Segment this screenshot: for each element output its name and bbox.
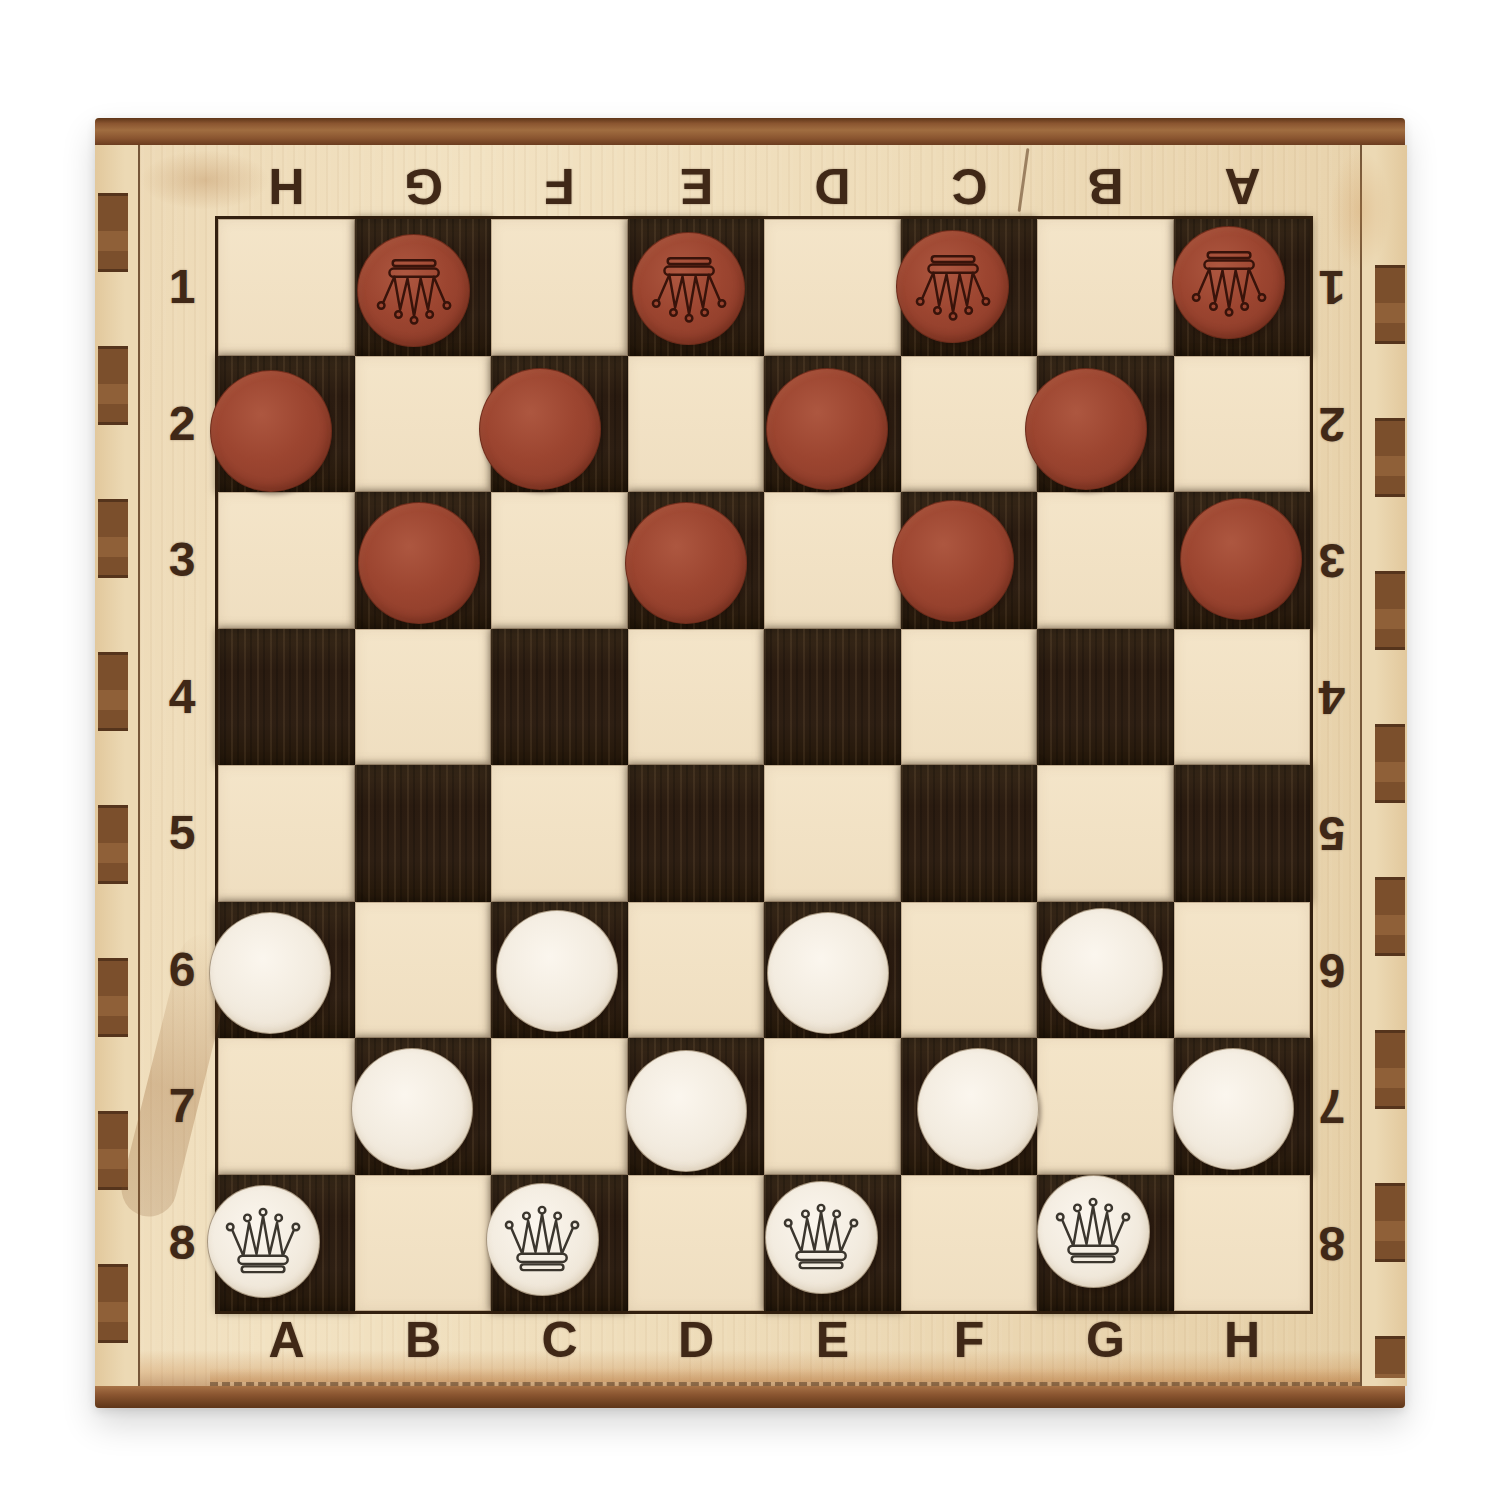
square-a3[interactable]: [218, 492, 355, 629]
square-f2[interactable]: [901, 356, 1038, 493]
file-label-bottom-d: D: [628, 1316, 765, 1364]
rank-label-left-7: 7: [146, 1038, 218, 1174]
square-d5[interactable]: [628, 765, 765, 902]
square-e5[interactable]: [764, 765, 901, 902]
rank-label-right-7: 7: [1298, 1038, 1366, 1174]
crown-engraving: [912, 249, 994, 324]
file-label-bottom-a: A: [218, 1316, 355, 1364]
box-lid-edge-top: [95, 118, 1405, 145]
white-man-h7[interactable]: [1172, 1048, 1294, 1170]
rank-label-left-6: 6: [146, 902, 218, 1038]
red-man-g2[interactable]: [1025, 368, 1147, 490]
square-a4[interactable]: [218, 629, 355, 766]
square-e1[interactable]: [764, 219, 901, 356]
rank-label-right-2: 2: [1298, 356, 1366, 492]
rank-label-right-4: 4: [1298, 629, 1366, 765]
square-c1[interactable]: [491, 219, 628, 356]
file-label-bottom-c: C: [491, 1316, 628, 1364]
rank-label-left-5: 5: [146, 765, 218, 901]
rank-label-right-1: 1: [1298, 219, 1366, 355]
square-e3[interactable]: [764, 492, 901, 629]
file-label-top-g: G: [355, 158, 492, 214]
square-g5[interactable]: [1037, 765, 1174, 902]
red-man-b3[interactable]: [358, 502, 480, 624]
crown-engraving: [373, 253, 455, 328]
white-man-c6[interactable]: [496, 910, 618, 1032]
file-label-top-d: D: [764, 158, 901, 214]
file-label-top-e: E: [628, 158, 765, 214]
red-man-c2[interactable]: [479, 368, 601, 490]
red-king-h1[interactable]: [1172, 226, 1285, 339]
square-h6[interactable]: [1174, 902, 1311, 1039]
square-e7[interactable]: [764, 1038, 901, 1175]
white-king-g8[interactable]: [1037, 1175, 1150, 1288]
square-g3[interactable]: [1037, 492, 1174, 629]
rank-label-right-6: 6: [1298, 902, 1366, 1038]
crown-engraving: [780, 1200, 862, 1275]
square-h5[interactable]: [1174, 765, 1311, 902]
square-c4[interactable]: [491, 629, 628, 766]
rank-label-left-1: 1: [146, 219, 218, 355]
square-d2[interactable]: [628, 356, 765, 493]
red-man-d3[interactable]: [625, 502, 747, 624]
box-edge-bottom: [95, 1386, 1405, 1408]
white-man-f7[interactable]: [917, 1048, 1039, 1170]
square-f4[interactable]: [901, 629, 1038, 766]
square-b4[interactable]: [355, 629, 492, 766]
rank-label-left-2: 2: [146, 356, 218, 492]
square-e4[interactable]: [764, 629, 901, 766]
crown-engraving: [1188, 245, 1270, 320]
red-man-h3[interactable]: [1180, 498, 1302, 620]
box-side-left: [95, 145, 140, 1386]
file-label-top-h: H: [218, 158, 355, 214]
white-king-e8[interactable]: [765, 1181, 878, 1294]
white-man-b7[interactable]: [351, 1048, 473, 1170]
square-b8[interactable]: [355, 1175, 492, 1312]
square-f6[interactable]: [901, 902, 1038, 1039]
white-man-a6[interactable]: [209, 912, 331, 1034]
file-label-bottom-h: H: [1174, 1316, 1311, 1364]
crown-engraving: [1052, 1194, 1134, 1269]
box-side-right: [1360, 145, 1407, 1386]
white-king-a8[interactable]: [207, 1185, 320, 1298]
red-man-f3[interactable]: [892, 500, 1014, 622]
square-f8[interactable]: [901, 1175, 1038, 1312]
red-man-a2[interactable]: [210, 370, 332, 492]
square-g1[interactable]: [1037, 219, 1174, 356]
file-label-bottom-b: B: [355, 1316, 492, 1364]
square-h8[interactable]: [1174, 1175, 1311, 1312]
square-g7[interactable]: [1037, 1038, 1174, 1175]
red-king-f1[interactable]: [896, 230, 1009, 343]
rank-label-left-4: 4: [146, 629, 218, 765]
rank-label-left-3: 3: [146, 492, 218, 628]
square-c5[interactable]: [491, 765, 628, 902]
square-a7[interactable]: [218, 1038, 355, 1175]
file-label-top-b: B: [1037, 158, 1174, 214]
crown-engraving: [501, 1202, 583, 1277]
square-d4[interactable]: [628, 629, 765, 766]
rank-label-right-8: 8: [1298, 1175, 1366, 1311]
red-man-e2[interactable]: [766, 368, 888, 490]
white-man-e6[interactable]: [767, 912, 889, 1034]
square-d8[interactable]: [628, 1175, 765, 1312]
square-h2[interactable]: [1174, 356, 1311, 493]
checkers-board-photo: HGFEDCBAABCDEFGH1234567812345678: [0, 0, 1500, 1500]
white-man-g6[interactable]: [1041, 908, 1163, 1030]
finger-joints-left: [98, 193, 128, 1378]
square-c3[interactable]: [491, 492, 628, 629]
file-label-bottom-g: G: [1037, 1316, 1174, 1364]
file-label-bottom-e: E: [764, 1316, 901, 1364]
rank-label-right-5: 5: [1298, 765, 1366, 901]
square-b2[interactable]: [355, 356, 492, 493]
white-man-d7[interactable]: [625, 1050, 747, 1172]
square-h4[interactable]: [1174, 629, 1311, 766]
red-king-b1[interactable]: [357, 234, 470, 347]
finger-joints-right: [1375, 265, 1405, 1378]
square-g4[interactable]: [1037, 629, 1174, 766]
crown-engraving: [648, 251, 730, 326]
square-b5[interactable]: [355, 765, 492, 902]
square-d6[interactable]: [628, 902, 765, 1039]
square-a1[interactable]: [218, 219, 355, 356]
file-label-bottom-f: F: [901, 1316, 1038, 1364]
white-king-c8[interactable]: [486, 1183, 599, 1296]
file-label-top-f: F: [491, 158, 628, 214]
square-f5[interactable]: [901, 765, 1038, 902]
file-label-top-a: A: [1174, 158, 1311, 214]
file-label-top-c: C: [901, 158, 1038, 214]
square-b6[interactable]: [355, 902, 492, 1039]
red-king-d1[interactable]: [632, 232, 745, 345]
crown-engraving: [222, 1204, 304, 1279]
square-c7[interactable]: [491, 1038, 628, 1175]
rank-label-right-3: 3: [1298, 492, 1366, 628]
square-a5[interactable]: [218, 765, 355, 902]
